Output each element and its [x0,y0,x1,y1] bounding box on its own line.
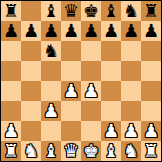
square-a3[interactable] [1,101,21,121]
square-g3[interactable] [121,101,141,121]
square-d4[interactable]: ♟ [61,81,81,101]
black-pawn-piece: ♟ [143,21,159,41]
square-a4[interactable] [1,81,21,101]
white-bishop-piece: ♝ [103,141,119,161]
square-d8[interactable]: ♛ [61,1,81,21]
square-a2[interactable]: ♟ [1,121,21,141]
black-queen-piece: ♛ [63,1,79,21]
square-f7[interactable]: ♟ [101,21,121,41]
square-g7[interactable]: ♟ [121,21,141,41]
square-d6[interactable] [61,41,81,61]
square-d2[interactable] [61,121,81,141]
white-bishop-piece: ♝ [43,141,59,161]
white-pawn-piece: ♟ [3,121,19,141]
square-f1[interactable]: ♝ [101,141,121,161]
square-a6[interactable] [1,41,21,61]
square-h8[interactable]: ♜ [141,1,161,21]
square-d5[interactable] [61,61,81,81]
square-c4[interactable] [41,81,61,101]
black-pawn-piece: ♟ [83,21,99,41]
square-c7[interactable]: ♟ [41,21,61,41]
square-h1[interactable]: ♜ [141,141,161,161]
square-f4[interactable] [101,81,121,101]
black-knight-piece: ♞ [123,1,139,21]
square-b1[interactable]: ♞ [21,141,41,161]
square-e2[interactable] [81,121,101,141]
square-b3[interactable] [21,101,41,121]
square-b6[interactable] [21,41,41,61]
square-d7[interactable]: ♟ [61,21,81,41]
black-rook-piece: ♜ [3,1,19,21]
square-a5[interactable] [1,61,21,81]
black-bishop-piece: ♝ [103,1,119,21]
square-h2[interactable]: ♟ [141,121,161,141]
white-pawn-piece: ♟ [83,81,99,101]
black-bishop-piece: ♝ [43,1,59,21]
square-d3[interactable] [61,101,81,121]
white-knight-piece: ♞ [23,141,39,161]
black-pawn-piece: ♟ [123,21,139,41]
white-pawn-piece: ♟ [63,81,79,101]
square-c1[interactable]: ♝ [41,141,61,161]
square-a8[interactable]: ♜ [1,1,21,21]
square-f5[interactable] [101,61,121,81]
white-rook-piece: ♜ [143,141,159,161]
square-g6[interactable] [121,41,141,61]
square-g1[interactable]: ♞ [121,141,141,161]
white-king-piece: ♚ [83,141,99,161]
square-c6[interactable]: ♞ [41,41,61,61]
white-pawn-piece: ♟ [103,121,119,141]
square-c5[interactable] [41,61,61,81]
black-knight-piece: ♞ [43,41,59,61]
square-a1[interactable]: ♜ [1,141,21,161]
square-f2[interactable]: ♟ [101,121,121,141]
black-pawn-piece: ♟ [43,21,59,41]
square-g2[interactable]: ♟ [121,121,141,141]
square-a7[interactable]: ♟ [1,21,21,41]
square-e7[interactable]: ♟ [81,21,101,41]
square-e8[interactable]: ♚ [81,1,101,21]
square-h7[interactable]: ♟ [141,21,161,41]
square-e6[interactable] [81,41,101,61]
square-h3[interactable] [141,101,161,121]
square-b7[interactable]: ♟ [21,21,41,41]
square-b2[interactable] [21,121,41,141]
square-h6[interactable] [141,41,161,61]
square-g8[interactable]: ♞ [121,1,141,21]
square-d1[interactable]: ♛ [61,141,81,161]
square-g5[interactable] [121,61,141,81]
white-pawn-piece: ♟ [43,101,59,121]
white-knight-piece: ♞ [123,141,139,161]
square-h5[interactable] [141,61,161,81]
square-e3[interactable] [81,101,101,121]
square-b4[interactable] [21,81,41,101]
black-rook-piece: ♜ [143,1,159,21]
white-queen-piece: ♛ [63,141,79,161]
square-c3[interactable]: ♟ [41,101,61,121]
square-c2[interactable] [41,121,61,141]
black-pawn-piece: ♟ [63,21,79,41]
square-e1[interactable]: ♚ [81,141,101,161]
white-pawn-piece: ♟ [123,121,139,141]
square-e5[interactable] [81,61,101,81]
black-pawn-piece: ♟ [103,21,119,41]
square-g4[interactable] [121,81,141,101]
square-f3[interactable] [101,101,121,121]
white-rook-piece: ♜ [3,141,19,161]
white-pawn-piece: ♟ [143,121,159,141]
square-f6[interactable] [101,41,121,61]
chess-board: ♜♝♛♚♝♞♜♟♟♟♟♟♟♟♟♞♟♟♟♟♟♟♟♜♞♝♛♚♝♞♜ [0,0,162,162]
black-king-piece: ♚ [83,1,99,21]
square-e4[interactable]: ♟ [81,81,101,101]
black-pawn-piece: ♟ [23,21,39,41]
square-c8[interactable]: ♝ [41,1,61,21]
square-b5[interactable] [21,61,41,81]
square-f8[interactable]: ♝ [101,1,121,21]
square-h4[interactable] [141,81,161,101]
black-pawn-piece: ♟ [3,21,19,41]
square-b8[interactable] [21,1,41,21]
